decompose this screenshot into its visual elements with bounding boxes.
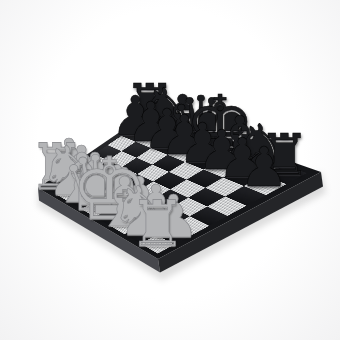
chess-set-photo-scene: ♜♞♝♛♚♝♞♜♟♟♟♟♟♟♟♟♟♟♟♟♟♟♟♟♜♞♝♛♚♝♞♜ — [0, 0, 340, 340]
